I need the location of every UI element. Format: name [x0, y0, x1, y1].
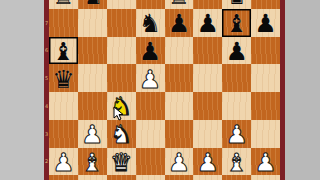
square-b2[interactable]: ♝ [78, 148, 107, 176]
square-f5[interactable] [193, 64, 222, 92]
square-a5[interactable]: ♛ [49, 64, 78, 92]
piece-white-r-c1[interactable]: ♜ [110, 177, 132, 180]
square-c8[interactable] [107, 0, 136, 9]
square-g6[interactable]: ♟ [222, 37, 251, 65]
piece-black-r-e8[interactable]: ♜ [168, 0, 190, 9]
piece-white-r-f1[interactable]: ♜ [197, 177, 219, 180]
square-f2[interactable]: ♟ [193, 148, 222, 176]
square-e6[interactable] [165, 37, 194, 65]
piece-white-p-h2[interactable]: ♟ [254, 149, 276, 175]
square-g7[interactable]: ♝ [222, 9, 251, 37]
square-d1[interactable] [136, 175, 165, 180]
piece-white-p-f2[interactable]: ♟ [197, 149, 219, 175]
square-h3[interactable] [251, 120, 280, 148]
app-background-right [285, 0, 320, 180]
square-c6[interactable] [107, 37, 136, 65]
square-e3[interactable] [165, 120, 194, 148]
square-d7[interactable]: ♞ [136, 9, 165, 37]
square-b5[interactable] [78, 64, 107, 92]
square-e7[interactable]: ♟ [165, 9, 194, 37]
square-h7[interactable]: ♟ [251, 9, 280, 37]
square-f8[interactable] [193, 0, 222, 9]
piece-white-b-g2[interactable]: ♝ [225, 149, 247, 175]
piece-black-b-a6[interactable]: ♝ [52, 38, 74, 64]
square-a7[interactable] [49, 9, 78, 37]
square-c7[interactable] [107, 9, 136, 37]
piece-black-p-f7[interactable]: ♟ [197, 10, 219, 36]
piece-black-p-g6[interactable]: ♟ [225, 38, 247, 64]
square-c4[interactable]: ♞ [107, 92, 136, 120]
square-a4[interactable] [49, 92, 78, 120]
piece-white-n-c4[interactable]: ♞ [110, 93, 132, 119]
piece-white-p-e2[interactable]: ♟ [168, 149, 190, 175]
square-d3[interactable] [136, 120, 165, 148]
square-a2[interactable]: ♟ [49, 148, 78, 176]
square-g4[interactable] [222, 92, 251, 120]
piece-black-n-d7[interactable]: ♞ [139, 10, 161, 36]
square-h1[interactable] [251, 175, 280, 180]
chess-board[interactable]: ♜♞♜♚♞♟♟♝♟♝♟♟♛♟♞♟♞♟♟♝♛♟♟♝♟♜♜♚ [49, 0, 280, 180]
chess-app-screen: ♜♞♜♚♞♟♟♝♟♝♟♟♛♟♞♟♞♟♟♝♛♟♟♝♟♜♜♚ 765432 [0, 0, 320, 180]
piece-black-p-e7[interactable]: ♟ [168, 10, 190, 36]
square-g3[interactable]: ♟ [222, 120, 251, 148]
square-e4[interactable] [165, 92, 194, 120]
square-g1[interactable]: ♚ [222, 175, 251, 180]
piece-black-b-g7[interactable]: ♝ [225, 10, 247, 36]
square-e2[interactable]: ♟ [165, 148, 194, 176]
piece-black-p-h7[interactable]: ♟ [254, 10, 276, 36]
square-d5[interactable]: ♟ [136, 64, 165, 92]
square-h4[interactable] [251, 92, 280, 120]
square-b3[interactable]: ♟ [78, 120, 107, 148]
square-c5[interactable] [107, 64, 136, 92]
square-d6[interactable]: ♟ [136, 37, 165, 65]
square-g2[interactable]: ♝ [222, 148, 251, 176]
square-f6[interactable] [193, 37, 222, 65]
square-c2[interactable]: ♛ [107, 148, 136, 176]
square-d8[interactable] [136, 0, 165, 9]
square-h8[interactable] [251, 0, 280, 9]
square-f4[interactable] [193, 92, 222, 120]
square-h5[interactable] [251, 64, 280, 92]
piece-white-p-a2[interactable]: ♟ [52, 149, 74, 175]
piece-white-n-c3[interactable]: ♞ [110, 121, 132, 147]
piece-white-k-g1[interactable]: ♚ [225, 177, 247, 180]
square-e8[interactable]: ♜ [165, 0, 194, 9]
square-c1[interactable]: ♜ [107, 175, 136, 180]
square-h2[interactable]: ♟ [251, 148, 280, 176]
square-a8[interactable]: ♜ [49, 0, 78, 9]
piece-white-p-d5[interactable]: ♟ [139, 66, 161, 92]
square-f3[interactable] [193, 120, 222, 148]
square-b6[interactable] [78, 37, 107, 65]
piece-white-b-b2[interactable]: ♝ [81, 149, 103, 175]
piece-black-k-g8[interactable]: ♚ [225, 0, 247, 9]
square-b7[interactable] [78, 9, 107, 37]
square-a1[interactable] [49, 175, 78, 180]
piece-black-n-b8[interactable]: ♞ [81, 0, 103, 9]
square-d2[interactable] [136, 148, 165, 176]
square-b8[interactable]: ♞ [78, 0, 107, 9]
square-c3[interactable]: ♞ [107, 120, 136, 148]
square-f7[interactable]: ♟ [193, 9, 222, 37]
square-a6[interactable]: ♝ [49, 37, 78, 65]
square-e1[interactable] [165, 175, 194, 180]
square-b1[interactable] [78, 175, 107, 180]
square-d4[interactable] [136, 92, 165, 120]
square-f1[interactable]: ♜ [193, 175, 222, 180]
square-g5[interactable] [222, 64, 251, 92]
piece-white-p-b3[interactable]: ♟ [81, 121, 103, 147]
piece-white-p-g3[interactable]: ♟ [225, 121, 247, 147]
board-frame: ♜♞♜♚♞♟♟♝♟♝♟♟♛♟♞♟♞♟♟♝♛♟♟♝♟♜♜♚ 765432 [44, 0, 285, 180]
square-h6[interactable] [251, 37, 280, 65]
square-a3[interactable] [49, 120, 78, 148]
square-e5[interactable] [165, 64, 194, 92]
square-b4[interactable] [78, 92, 107, 120]
piece-black-p-d6[interactable]: ♟ [139, 38, 161, 64]
piece-black-r-a8[interactable]: ♜ [52, 0, 74, 9]
piece-white-q-c2[interactable]: ♛ [110, 149, 132, 175]
piece-black-q-a5[interactable]: ♛ [52, 66, 74, 92]
square-g8[interactable]: ♚ [222, 0, 251, 9]
